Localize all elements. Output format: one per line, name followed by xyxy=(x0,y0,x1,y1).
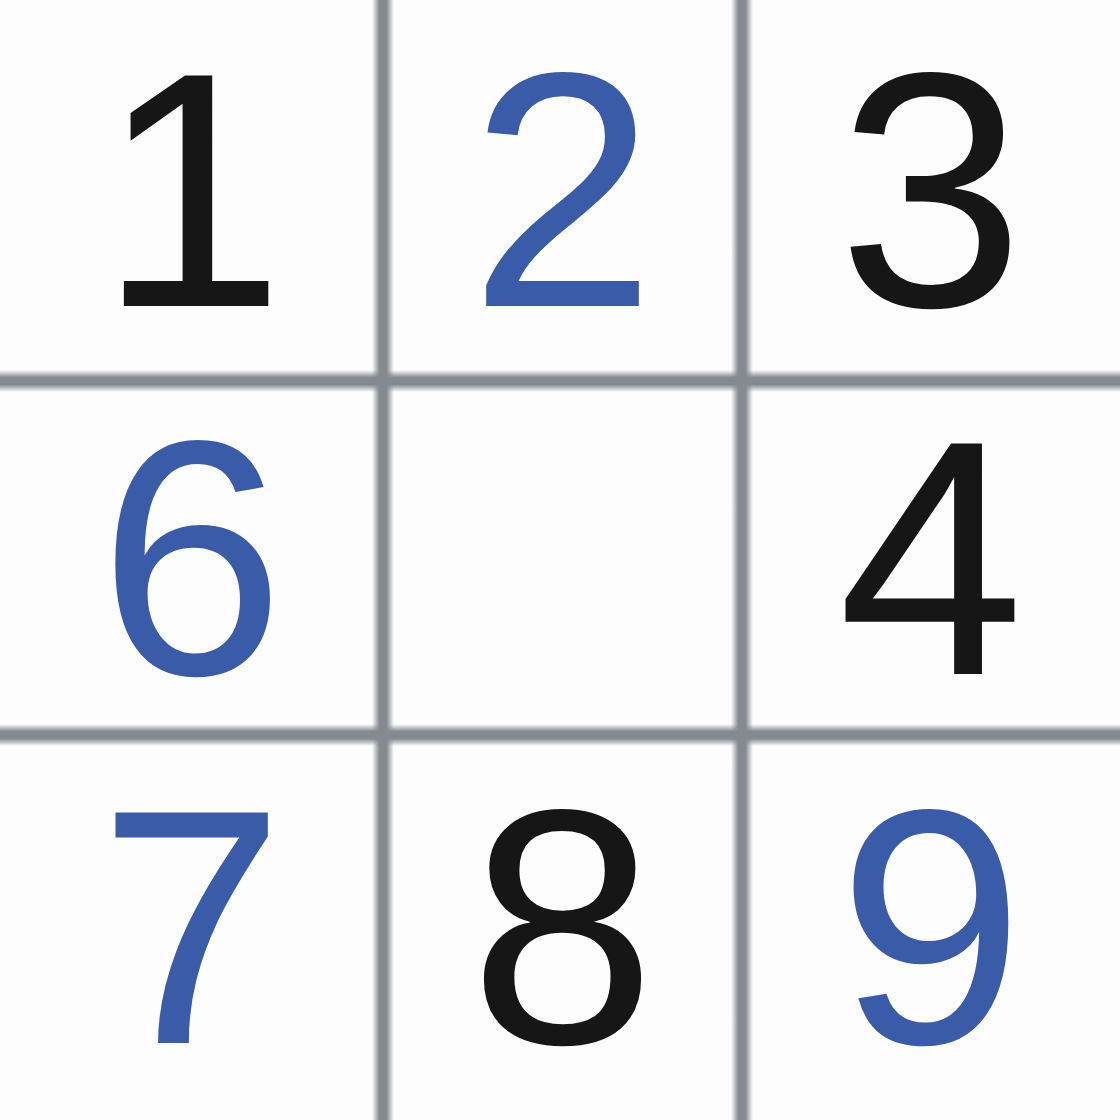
cell-r2c3[interactable]: 4 xyxy=(742,381,1120,735)
sudoku-cell-grid: 1 2 3 6 4 7 8 9 xyxy=(0,0,1120,1120)
cell-r2c1[interactable]: 6 xyxy=(0,381,383,735)
cell-r3c2[interactable]: 8 xyxy=(383,735,742,1120)
cell-r1c1[interactable]: 1 xyxy=(0,0,383,381)
cell-r1c2[interactable]: 2 xyxy=(383,0,742,381)
cell-r2c2[interactable] xyxy=(383,381,742,735)
sudoku-board-section: 1 2 3 6 4 7 8 9 xyxy=(0,0,1120,1120)
cell-r1c3[interactable]: 3 xyxy=(742,0,1120,381)
cell-r3c3[interactable]: 9 xyxy=(742,735,1120,1120)
cell-r3c1[interactable]: 7 xyxy=(0,735,383,1120)
